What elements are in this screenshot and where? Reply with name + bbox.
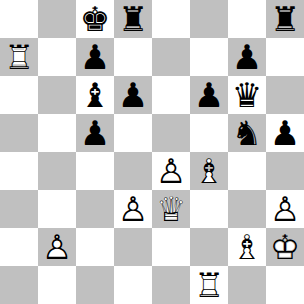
square-d1[interactable] (114, 266, 152, 304)
black-b-piece: ♝ (76, 76, 114, 114)
square-b5[interactable] (38, 114, 76, 152)
black-p-piece: ♟ (228, 38, 266, 76)
black-n-piece: ♞ (228, 114, 266, 152)
square-b7[interactable] (38, 38, 76, 76)
black-p-piece: ♟ (114, 76, 152, 114)
square-a1[interactable] (0, 266, 38, 304)
square-d6[interactable]: ♟ (114, 76, 152, 114)
black-p-piece: ♟ (76, 114, 114, 152)
white-p-piece-fill: ♟ (38, 228, 76, 266)
square-f1[interactable]: ♜♖ (190, 266, 228, 304)
white-r-piece-fill: ♜ (190, 266, 228, 304)
square-d5[interactable] (114, 114, 152, 152)
square-d3[interactable]: ♟♙ (114, 190, 152, 228)
white-q-piece-fill: ♛ (152, 190, 190, 228)
square-e8[interactable] (152, 0, 190, 38)
square-g4[interactable] (228, 152, 266, 190)
square-h4[interactable] (266, 152, 304, 190)
white-b-piece-fill: ♝ (190, 152, 228, 190)
square-c4[interactable] (76, 152, 114, 190)
white-p-piece: ♙ (266, 190, 304, 228)
square-g5[interactable]: ♞ (228, 114, 266, 152)
square-g3[interactable] (228, 190, 266, 228)
white-p-piece: ♙ (152, 152, 190, 190)
white-r-piece: ♖ (190, 266, 228, 304)
square-g8[interactable] (228, 0, 266, 38)
square-f2[interactable] (190, 228, 228, 266)
square-a2[interactable] (0, 228, 38, 266)
square-a6[interactable] (0, 76, 38, 114)
square-f4[interactable]: ♝♗ (190, 152, 228, 190)
square-f5[interactable] (190, 114, 228, 152)
white-k-piece-fill: ♚ (266, 228, 304, 266)
chess-board: ♚♜♜♜♖♟♟♝♟♟♛♟♞♟♟♙♝♗♟♙♛♕♟♙♟♙♝♗♚♔♜♖ (0, 0, 304, 304)
black-p-piece: ♟ (190, 76, 228, 114)
black-r-piece: ♜ (114, 0, 152, 38)
black-r-piece: ♜ (266, 0, 304, 38)
square-e1[interactable] (152, 266, 190, 304)
square-h7[interactable] (266, 38, 304, 76)
white-b-piece-fill: ♝ (228, 228, 266, 266)
black-p-piece: ♟ (266, 114, 304, 152)
white-r-piece: ♖ (0, 38, 38, 76)
square-a4[interactable] (0, 152, 38, 190)
square-h3[interactable]: ♟♙ (266, 190, 304, 228)
square-a5[interactable] (0, 114, 38, 152)
square-a3[interactable] (0, 190, 38, 228)
white-b-piece: ♗ (190, 152, 228, 190)
square-c2[interactable] (76, 228, 114, 266)
white-p-piece-fill: ♟ (266, 190, 304, 228)
square-e2[interactable] (152, 228, 190, 266)
white-p-piece-fill: ♟ (114, 190, 152, 228)
square-f3[interactable] (190, 190, 228, 228)
square-d2[interactable] (114, 228, 152, 266)
square-e7[interactable] (152, 38, 190, 76)
black-p-piece: ♟ (76, 38, 114, 76)
square-b1[interactable] (38, 266, 76, 304)
square-h1[interactable] (266, 266, 304, 304)
black-q-piece: ♛ (228, 76, 266, 114)
square-f8[interactable] (190, 0, 228, 38)
square-h5[interactable]: ♟ (266, 114, 304, 152)
square-c7[interactable]: ♟ (76, 38, 114, 76)
square-e4[interactable]: ♟♙ (152, 152, 190, 190)
square-a8[interactable] (0, 0, 38, 38)
square-g2[interactable]: ♝♗ (228, 228, 266, 266)
square-c1[interactable] (76, 266, 114, 304)
square-d4[interactable] (114, 152, 152, 190)
square-c6[interactable]: ♝ (76, 76, 114, 114)
black-k-piece: ♚ (76, 0, 114, 38)
square-h6[interactable] (266, 76, 304, 114)
white-k-piece: ♔ (266, 228, 304, 266)
white-b-piece: ♗ (228, 228, 266, 266)
square-g6[interactable]: ♛ (228, 76, 266, 114)
square-c8[interactable]: ♚ (76, 0, 114, 38)
square-e5[interactable] (152, 114, 190, 152)
square-d7[interactable] (114, 38, 152, 76)
square-b8[interactable] (38, 0, 76, 38)
square-f7[interactable] (190, 38, 228, 76)
square-a7[interactable]: ♜♖ (0, 38, 38, 76)
square-b4[interactable] (38, 152, 76, 190)
white-p-piece: ♙ (38, 228, 76, 266)
square-c3[interactable] (76, 190, 114, 228)
white-q-piece: ♕ (152, 190, 190, 228)
white-p-piece-fill: ♟ (152, 152, 190, 190)
square-b2[interactable]: ♟♙ (38, 228, 76, 266)
square-h2[interactable]: ♚♔ (266, 228, 304, 266)
square-e6[interactable] (152, 76, 190, 114)
square-b3[interactable] (38, 190, 76, 228)
white-r-piece-fill: ♜ (0, 38, 38, 76)
square-h8[interactable]: ♜ (266, 0, 304, 38)
square-d8[interactable]: ♜ (114, 0, 152, 38)
square-g1[interactable] (228, 266, 266, 304)
square-b6[interactable] (38, 76, 76, 114)
square-f6[interactable]: ♟ (190, 76, 228, 114)
square-e3[interactable]: ♛♕ (152, 190, 190, 228)
square-g7[interactable]: ♟ (228, 38, 266, 76)
square-c5[interactable]: ♟ (76, 114, 114, 152)
white-p-piece: ♙ (114, 190, 152, 228)
